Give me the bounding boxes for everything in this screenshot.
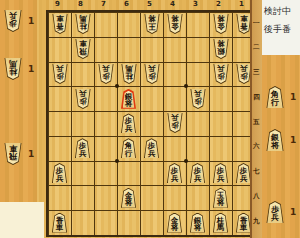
board-cell[interactable] (140, 185, 163, 210)
piece-face: 歩兵 (214, 64, 228, 83)
piece-kanji: 角行 (125, 142, 133, 157)
piece-kanji: 歩兵 (56, 65, 64, 80)
piece-face: 桂馬 (122, 64, 136, 83)
piece-face: 歩兵 (168, 164, 182, 183)
captured-piece-slot[interactable]: 桂馬1 (4, 58, 34, 80)
board-cell[interactable] (140, 86, 163, 111)
piece-kanji: 歩兵 (194, 167, 202, 182)
piece-kanji: 飛車 (9, 145, 17, 160)
piece-face: 歩兵 (191, 164, 205, 183)
piece-face: 銀将 (123, 91, 135, 108)
piece-face: 金将 (168, 214, 182, 233)
board-cell[interactable] (186, 62, 209, 87)
piece-face: 歩兵 (145, 64, 159, 83)
board-cell[interactable]: 銀将 (117, 86, 140, 111)
piece-face: 王将 (145, 14, 159, 33)
board-cell[interactable] (163, 86, 186, 111)
shogi-piece[interactable]: 歩兵 (266, 201, 284, 223)
piece-face: 香車 (237, 214, 251, 233)
shogi-piece[interactable]: 金将 (121, 188, 137, 208)
shogi-piece[interactable]: 銀将 (266, 129, 284, 151)
piece-kanji: 歩兵 (194, 90, 202, 105)
shogi-piece[interactable]: 飛車 (75, 39, 91, 59)
file-label: 9 (46, 0, 69, 9)
board-cell[interactable] (163, 136, 186, 161)
captured-piece-slot[interactable]: 歩兵1 (266, 201, 296, 223)
piece-kanji: 香車 (56, 15, 64, 30)
file-label: 6 (115, 0, 138, 9)
board-cell[interactable]: 銀将 (209, 37, 232, 62)
board-cell[interactable] (94, 161, 117, 186)
board-cell[interactable]: 香車 (48, 210, 71, 235)
shogi-piece[interactable]: 角行 (266, 86, 284, 108)
captured-count: 1 (28, 64, 34, 74)
shogi-piece[interactable]: 歩兵 (75, 138, 91, 158)
board-cell[interactable] (71, 210, 94, 235)
board-cell[interactable] (140, 111, 163, 136)
shogi-piece[interactable]: 銀将 (190, 213, 206, 233)
piece-face: 歩兵 (168, 113, 182, 132)
board-cell[interactable] (48, 37, 71, 62)
piece-face: 桂馬 (5, 58, 21, 79)
piece-face: 歩兵 (122, 114, 136, 133)
shogi-piece[interactable]: 歩兵 (75, 89, 91, 109)
board-cell[interactable]: 金将 (117, 185, 140, 210)
piece-face: 飛車 (5, 143, 21, 164)
board-cell[interactable] (140, 37, 163, 62)
board-cell[interactable]: 歩兵 (163, 111, 186, 136)
board-cell[interactable] (94, 37, 117, 62)
piece-face: 銀将 (214, 39, 228, 58)
board-cell[interactable] (140, 210, 163, 235)
rank-label: 四 (253, 93, 260, 102)
rank-label: 八 (253, 192, 260, 201)
board-cell[interactable] (94, 185, 117, 210)
rank-label: 七 (253, 167, 260, 176)
piece-face: 歩兵 (267, 202, 283, 223)
shogi-app: 歩兵1桂馬1飛車1 987654321 香車桂馬王将金将金将香車飛車銀将歩兵歩兵… (0, 0, 300, 238)
board-cell[interactable]: 歩兵 (209, 62, 232, 87)
board-cell[interactable]: 飛車 (71, 37, 94, 62)
board-cell[interactable]: 桂馬 (209, 210, 232, 235)
piece-kanji: 銀将 (271, 134, 279, 149)
shogi-piece[interactable]: 歩兵 (213, 163, 229, 183)
piece-face: 歩兵 (99, 64, 113, 83)
captured-count: 1 (290, 135, 296, 145)
rank-label: 五 (253, 118, 260, 127)
board-cell[interactable] (94, 111, 117, 136)
board-cell[interactable]: 歩兵 (163, 161, 186, 186)
piece-kanji: 銀将 (194, 217, 202, 232)
shogi-piece[interactable]: 歩兵 (144, 138, 160, 158)
piece-face: 歩兵 (53, 64, 67, 83)
shogi-piece[interactable]: 歩兵 (213, 64, 229, 84)
board-cell[interactable]: 歩兵 (140, 62, 163, 87)
file-label: 5 (138, 0, 161, 9)
board-cell[interactable]: 桂馬 (117, 62, 140, 87)
piece-face: 飛車 (76, 39, 90, 58)
board-cell[interactable]: 金将 (209, 12, 232, 37)
piece-kanji: 歩兵 (271, 206, 279, 221)
rank-label: 三 (253, 68, 260, 77)
piece-kanji: 歩兵 (125, 117, 133, 132)
board-cell[interactable]: 角行 (117, 136, 140, 161)
piece-kanji: 歩兵 (56, 167, 64, 182)
piece-face: 歩兵 (53, 164, 67, 183)
board-cell[interactable] (48, 111, 71, 136)
piece-kanji: 玉将 (217, 192, 225, 207)
captured-piece-slot[interactable]: 銀将1 (266, 129, 296, 151)
shogi-piece[interactable]: 飛車 (4, 143, 22, 165)
piece-kanji: 歩兵 (171, 114, 179, 129)
board-cell[interactable]: 歩兵 (140, 136, 163, 161)
piece-kanji: 桂馬 (217, 217, 225, 232)
board-cell[interactable] (48, 136, 71, 161)
captured-count: 1 (290, 207, 296, 217)
piece-kanji: 歩兵 (217, 65, 225, 80)
board-cell[interactable]: 歩兵 (71, 86, 94, 111)
shogi-piece[interactable]: 歩兵 (167, 163, 183, 183)
piece-face: 香車 (53, 214, 67, 233)
piece-face: 香車 (237, 14, 251, 33)
captured-piece-slot[interactable]: 角行1 (266, 86, 296, 108)
shogi-board: 香車桂馬王将金将金将香車飛車銀将歩兵歩兵桂馬歩兵歩兵歩兵歩兵銀将歩兵歩兵歩兵歩兵… (46, 10, 257, 237)
piece-kanji: 桂馬 (79, 15, 87, 30)
board-cell[interactable]: 金将 (163, 210, 186, 235)
left-bottom-panel (0, 202, 44, 238)
piece-face: 歩兵 (214, 164, 228, 183)
piece-kanji: 王将 (148, 15, 156, 30)
piece-kanji: 歩兵 (171, 167, 179, 182)
captured-count: 1 (28, 149, 34, 159)
rank-labels: 一二三四五六七八九 (250, 0, 262, 238)
gote-captured-tray: 歩兵1桂馬1飛車1 (0, 0, 37, 202)
piece-face: 桂馬 (214, 214, 228, 233)
piece-face: 角行 (267, 87, 283, 108)
board-cell[interactable] (117, 161, 140, 186)
file-label: 7 (92, 0, 115, 9)
board-cell[interactable]: 王将 (140, 12, 163, 37)
rank-label: 九 (253, 217, 260, 226)
board-cell[interactable] (186, 185, 209, 210)
shogi-piece[interactable]: 金将 (167, 14, 183, 34)
shogi-piece[interactable]: 歩兵 (52, 163, 68, 183)
board-cell[interactable] (117, 12, 140, 37)
board-cell[interactable] (117, 210, 140, 235)
piece-kanji: 桂馬 (9, 60, 17, 75)
board-cell[interactable] (94, 136, 117, 161)
shogi-piece[interactable]: 歩兵 (52, 64, 68, 84)
shogi-piece[interactable]: 歩兵 (98, 64, 114, 84)
board-cell[interactable] (48, 185, 71, 210)
board-cell[interactable] (48, 86, 71, 111)
shogi-piece[interactable]: 金将 (213, 14, 229, 34)
piece-kanji: 銀将 (125, 93, 133, 108)
board-cell[interactable] (163, 62, 186, 87)
shogi-piece[interactable]: 歩兵 (167, 113, 183, 133)
board-cell[interactable] (209, 86, 232, 111)
board-cell[interactable] (186, 37, 209, 62)
file-label: 8 (69, 0, 92, 9)
shogi-piece[interactable]: 玉将 (213, 188, 229, 208)
shogi-piece[interactable]: 香車 (52, 14, 68, 34)
board-cell[interactable]: 歩兵 (186, 161, 209, 186)
shogi-piece[interactable]: 歩兵 (190, 163, 206, 183)
piece-face: 銀将 (191, 214, 205, 233)
shogi-piece[interactable]: 歩兵 (144, 64, 160, 84)
board-cell[interactable]: 香車 (48, 12, 71, 37)
board-cell[interactable] (140, 161, 163, 186)
piece-kanji: 銀将 (217, 40, 225, 55)
piece-face: 玉将 (214, 189, 228, 208)
rank-label: 一 (253, 19, 260, 28)
captured-piece-slot[interactable]: 歩兵1 (4, 10, 34, 32)
file-label: 2 (207, 0, 230, 9)
sente-captured-tray: 角行1銀将1歩兵1 (262, 55, 300, 238)
board-cell[interactable]: 玉将 (209, 185, 232, 210)
status-label: 検討中 (262, 0, 300, 18)
board-cell[interactable]: 桂馬 (71, 12, 94, 37)
captured-piece-slot[interactable]: 飛車1 (4, 143, 34, 165)
piece-face: 角行 (122, 139, 136, 158)
shogi-piece[interactable]: 銀将 (213, 39, 229, 59)
board-cell[interactable] (71, 111, 94, 136)
piece-kanji: 歩兵 (148, 65, 156, 80)
shogi-piece[interactable]: 桂馬 (121, 64, 137, 84)
board-cell[interactable]: 銀将 (186, 210, 209, 235)
shogi-piece[interactable]: 歩兵 (4, 10, 22, 32)
piece-kanji: 金将 (217, 15, 225, 30)
shogi-piece[interactable]: 王将 (144, 14, 160, 34)
piece-face: 桂馬 (76, 14, 90, 33)
piece-kanji: 歩兵 (9, 12, 17, 27)
piece-face: 歩兵 (237, 64, 251, 83)
piece-kanji: 歩兵 (102, 65, 110, 80)
hoshi-dot (115, 159, 119, 163)
board-cell[interactable] (209, 136, 232, 161)
piece-kanji: 香車 (240, 15, 248, 30)
board-cell[interactable]: 歩兵 (117, 111, 140, 136)
piece-face: 歩兵 (5, 10, 21, 31)
shogi-piece[interactable]: 角行 (121, 138, 137, 158)
piece-face: 歩兵 (76, 139, 90, 158)
piece-kanji: 歩兵 (79, 90, 87, 105)
board-cell[interactable] (71, 161, 94, 186)
piece-kanji: 金将 (125, 192, 133, 207)
piece-face: 金将 (122, 189, 136, 208)
info-panel: 検討中 後手番 (262, 0, 300, 55)
piece-kanji: 歩兵 (79, 142, 87, 157)
board-cell[interactable] (94, 210, 117, 235)
board-cell[interactable] (186, 111, 209, 136)
piece-face: 歩兵 (191, 89, 205, 108)
board-cell[interactable] (94, 12, 117, 37)
board-cell[interactable] (117, 37, 140, 62)
board-cell[interactable] (94, 86, 117, 111)
piece-kanji: 香車 (56, 217, 64, 232)
piece-face: 歩兵 (237, 164, 251, 183)
shogi-piece[interactable]: 歩兵 (121, 113, 137, 133)
piece-kanji: 歩兵 (240, 167, 248, 182)
board-cell[interactable] (163, 37, 186, 62)
turn-label: 後手番 (262, 18, 300, 36)
piece-face: 歩兵 (145, 139, 159, 158)
piece-kanji: 歩兵 (148, 142, 156, 157)
shogi-piece[interactable]: 金将 (167, 213, 183, 233)
piece-kanji: 飛車 (79, 40, 87, 55)
piece-kanji: 歩兵 (217, 167, 225, 182)
piece-face: 銀将 (267, 130, 283, 151)
board-cell[interactable]: 金将 (163, 12, 186, 37)
piece-face: 金将 (214, 14, 228, 33)
board-cell[interactable]: 歩兵 (186, 86, 209, 111)
file-label: 3 (184, 0, 207, 9)
board-cell[interactable]: 歩兵 (48, 62, 71, 87)
rank-label: 六 (253, 142, 260, 151)
piece-kanji: 角行 (271, 91, 279, 106)
shogi-piece[interactable]: 桂馬 (213, 213, 229, 233)
piece-kanji: 金将 (171, 217, 179, 232)
rank-label: 二 (253, 43, 260, 52)
shogi-piece[interactable]: 香車 (52, 213, 68, 233)
board-cell[interactable]: 歩兵 (94, 62, 117, 87)
piece-face: 金将 (168, 14, 182, 33)
board-cell[interactable]: 歩兵 (48, 161, 71, 186)
board-cell[interactable] (163, 185, 186, 210)
piece-kanji: 歩兵 (240, 65, 248, 80)
shogi-piece[interactable]: 桂馬 (75, 14, 91, 34)
board-cell[interactable] (71, 185, 94, 210)
board-cell[interactable] (186, 12, 209, 37)
shogi-piece[interactable]: 歩兵 (190, 89, 206, 109)
shogi-piece[interactable]: 桂馬 (4, 58, 22, 80)
piece-kanji: 金将 (171, 15, 179, 30)
captured-count: 1 (28, 16, 34, 26)
piece-kanji: 桂馬 (125, 65, 133, 80)
board-cell[interactable] (186, 136, 209, 161)
file-label: 4 (161, 0, 184, 9)
captured-count: 1 (290, 92, 296, 102)
board-cell[interactable]: 歩兵 (71, 136, 94, 161)
piece-face: 歩兵 (76, 89, 90, 108)
file-labels: 987654321 (46, 0, 253, 9)
board-cell[interactable] (71, 62, 94, 87)
hoshi-dot (184, 159, 188, 163)
board-cell[interactable]: 歩兵 (209, 161, 232, 186)
piece-face: 香車 (53, 14, 67, 33)
shogi-piece[interactable]: 銀将 (121, 89, 137, 109)
piece-kanji: 香車 (240, 217, 248, 232)
board-cell[interactable] (209, 111, 232, 136)
